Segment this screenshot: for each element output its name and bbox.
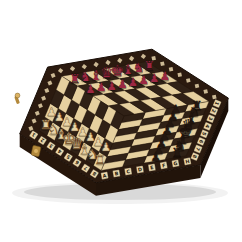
black-pawn: ♟ xyxy=(151,150,161,164)
coordinate-tile: C xyxy=(124,168,132,176)
three-player-chess-board: 87654321ABCDEFGH12345678♜♞♝♚♛♝♟♞♟♜♟♟♟♟♟♟… xyxy=(0,0,242,242)
red-pawn: ♟ xyxy=(107,79,117,93)
coordinate-tile: F xyxy=(160,161,168,169)
red-rook: ♜ xyxy=(69,71,80,86)
coordinate-tile: G xyxy=(172,159,180,167)
diamond xyxy=(160,61,165,66)
diamond xyxy=(186,78,191,83)
coordinate-tile: D xyxy=(136,166,144,174)
black-rook: ♜ xyxy=(171,145,182,160)
coordinate-tile: H xyxy=(183,157,191,165)
red-pawn: ♟ xyxy=(149,71,159,85)
red-pawn: ♟ xyxy=(128,75,138,89)
photo-background: 87654321ABCDEFGH12345678♜♞♝♚♛♝♟♞♟♜♟♟♟♟♟♟… xyxy=(0,0,242,242)
closure-hook-head xyxy=(15,93,20,98)
red-pawn: ♟ xyxy=(96,80,106,94)
diamond xyxy=(203,89,208,94)
diamond xyxy=(177,73,182,78)
red-pawn: ♟ xyxy=(138,73,148,87)
clasp-knob xyxy=(34,149,38,153)
coordinate-tile: B xyxy=(112,170,120,178)
coordinate-tile: A xyxy=(101,172,109,180)
tile-label: D xyxy=(138,167,143,173)
tile-label: H xyxy=(185,159,190,165)
white-rook: ♜ xyxy=(95,152,106,167)
diamond xyxy=(195,84,200,89)
coordinate-tile: E xyxy=(148,164,156,172)
red-pawn: ♟ xyxy=(160,69,170,83)
red-pawn: ♟ xyxy=(117,77,127,91)
diamond xyxy=(212,95,217,100)
red-pawn: ♟ xyxy=(85,82,95,96)
